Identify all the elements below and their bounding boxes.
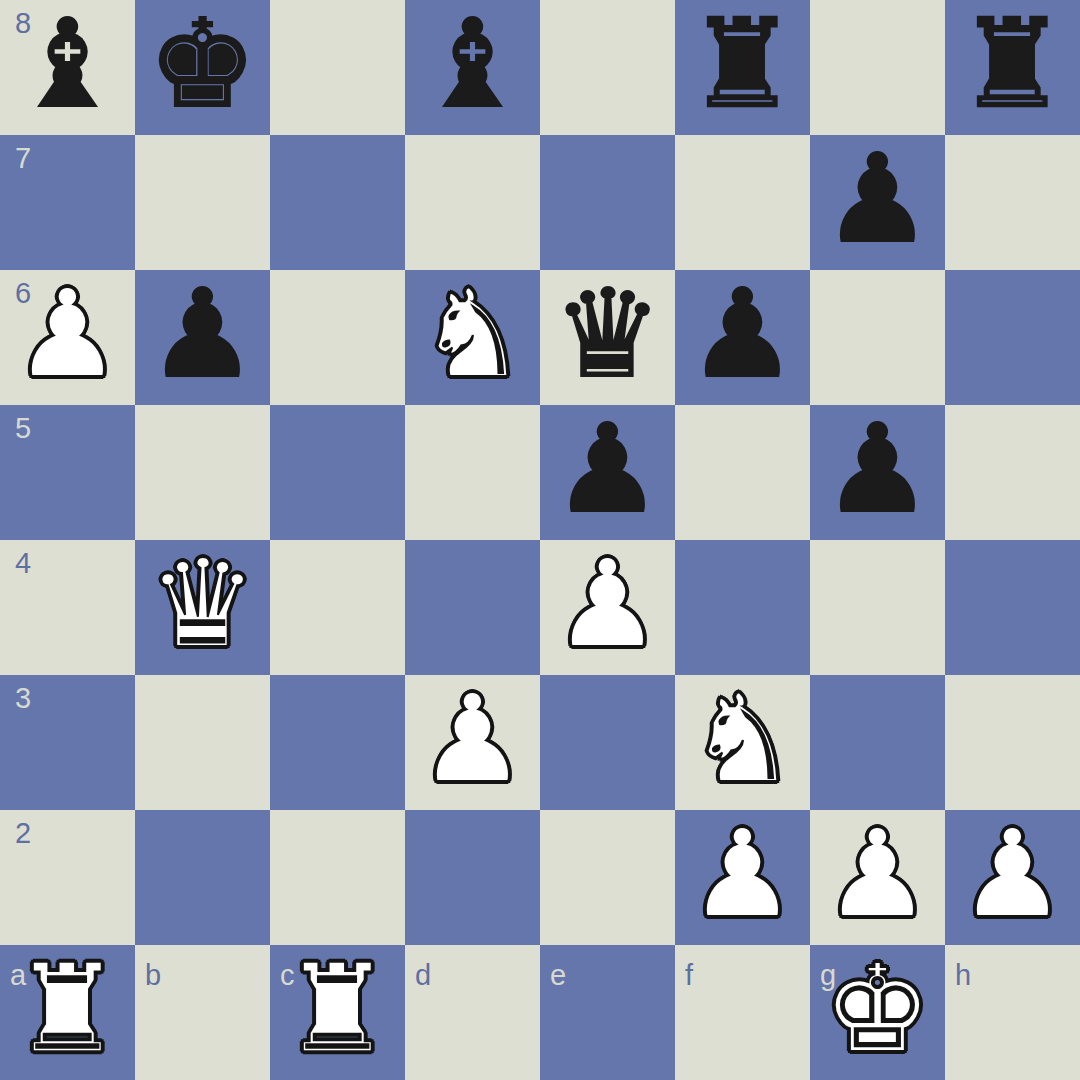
rank-label-4: 4 bbox=[15, 549, 31, 578]
square-c8[interactable] bbox=[270, 0, 405, 135]
square-f1[interactable]: f bbox=[675, 945, 810, 1080]
rank-label-7: 7 bbox=[15, 144, 31, 173]
piece-black-pawn[interactable]: ♟ bbox=[553, 402, 662, 537]
piece-white-pawn[interactable]: ♟ bbox=[13, 267, 122, 402]
square-h8[interactable]: ♜ bbox=[945, 0, 1080, 135]
square-g7[interactable]: ♟ bbox=[810, 135, 945, 270]
square-e6[interactable]: ♛ bbox=[540, 270, 675, 405]
square-b3[interactable] bbox=[135, 675, 270, 810]
piece-white-queen[interactable]: ♛ bbox=[148, 537, 257, 672]
square-e7[interactable] bbox=[540, 135, 675, 270]
square-f5[interactable] bbox=[675, 405, 810, 540]
piece-white-knight[interactable]: ♞ bbox=[418, 267, 527, 402]
rank-label-3: 3 bbox=[15, 684, 31, 713]
file-label-e: e bbox=[550, 961, 566, 990]
piece-black-rook[interactable]: ♜ bbox=[958, 0, 1067, 132]
square-d3[interactable]: ♟ bbox=[405, 675, 540, 810]
square-d8[interactable]: ♝ bbox=[405, 0, 540, 135]
square-g2[interactable]: ♟ bbox=[810, 810, 945, 945]
square-b1[interactable]: b bbox=[135, 945, 270, 1080]
rank-label-2: 2 bbox=[15, 819, 31, 848]
square-e1[interactable]: e bbox=[540, 945, 675, 1080]
piece-white-rook[interactable]: ♜ bbox=[13, 942, 122, 1077]
piece-black-king[interactable]: ♚ bbox=[148, 0, 257, 132]
square-a4[interactable]: 4 bbox=[0, 540, 135, 675]
square-c5[interactable] bbox=[270, 405, 405, 540]
square-h7[interactable] bbox=[945, 135, 1080, 270]
file-label-h: h bbox=[955, 961, 971, 990]
piece-white-pawn[interactable]: ♟ bbox=[823, 807, 932, 942]
square-g8[interactable] bbox=[810, 0, 945, 135]
piece-black-pawn[interactable]: ♟ bbox=[823, 132, 932, 267]
square-c6[interactable] bbox=[270, 270, 405, 405]
square-e5[interactable]: ♟ bbox=[540, 405, 675, 540]
square-f8[interactable]: ♜ bbox=[675, 0, 810, 135]
square-d7[interactable] bbox=[405, 135, 540, 270]
square-a3[interactable]: 3 bbox=[0, 675, 135, 810]
file-label-f: f bbox=[685, 961, 693, 990]
piece-white-pawn[interactable]: ♟ bbox=[688, 807, 797, 942]
square-c4[interactable] bbox=[270, 540, 405, 675]
square-g1[interactable]: g♚ bbox=[810, 945, 945, 1080]
square-f7[interactable] bbox=[675, 135, 810, 270]
square-a2[interactable]: 2 bbox=[0, 810, 135, 945]
square-a5[interactable]: 5 bbox=[0, 405, 135, 540]
piece-white-pawn[interactable]: ♟ bbox=[418, 672, 527, 807]
piece-black-pawn[interactable]: ♟ bbox=[148, 267, 257, 402]
square-c3[interactable] bbox=[270, 675, 405, 810]
piece-black-pawn[interactable]: ♟ bbox=[823, 402, 932, 537]
square-g4[interactable] bbox=[810, 540, 945, 675]
square-a7[interactable]: 7 bbox=[0, 135, 135, 270]
piece-white-pawn[interactable]: ♟ bbox=[958, 807, 1067, 942]
square-h3[interactable] bbox=[945, 675, 1080, 810]
square-h4[interactable] bbox=[945, 540, 1080, 675]
square-a6[interactable]: 6♟ bbox=[0, 270, 135, 405]
file-label-d: d bbox=[415, 961, 431, 990]
rank-label-5: 5 bbox=[15, 414, 31, 443]
square-c1[interactable]: c♜ bbox=[270, 945, 405, 1080]
piece-black-pawn[interactable]: ♟ bbox=[688, 267, 797, 402]
square-b8[interactable]: ♚ bbox=[135, 0, 270, 135]
square-h5[interactable] bbox=[945, 405, 1080, 540]
piece-white-king[interactable]: ♚ bbox=[823, 942, 932, 1077]
square-e3[interactable] bbox=[540, 675, 675, 810]
square-d5[interactable] bbox=[405, 405, 540, 540]
square-d1[interactable]: d bbox=[405, 945, 540, 1080]
square-b7[interactable] bbox=[135, 135, 270, 270]
square-e2[interactable] bbox=[540, 810, 675, 945]
piece-black-rook[interactable]: ♜ bbox=[688, 0, 797, 132]
square-b2[interactable] bbox=[135, 810, 270, 945]
square-h2[interactable]: ♟ bbox=[945, 810, 1080, 945]
square-a1[interactable]: a♜ bbox=[0, 945, 135, 1080]
piece-white-pawn[interactable]: ♟ bbox=[553, 537, 662, 672]
piece-black-bishop[interactable]: ♝ bbox=[418, 0, 527, 132]
square-d6[interactable]: ♞ bbox=[405, 270, 540, 405]
piece-black-bishop[interactable]: ♝ bbox=[13, 0, 122, 132]
piece-white-knight[interactable]: ♞ bbox=[688, 672, 797, 807]
square-c2[interactable] bbox=[270, 810, 405, 945]
square-b4[interactable]: ♛ bbox=[135, 540, 270, 675]
square-g3[interactable] bbox=[810, 675, 945, 810]
square-e4[interactable]: ♟ bbox=[540, 540, 675, 675]
square-b6[interactable]: ♟ bbox=[135, 270, 270, 405]
piece-black-queen[interactable]: ♛ bbox=[553, 267, 662, 402]
square-f6[interactable]: ♟ bbox=[675, 270, 810, 405]
square-f2[interactable]: ♟ bbox=[675, 810, 810, 945]
square-e8[interactable] bbox=[540, 0, 675, 135]
square-d2[interactable] bbox=[405, 810, 540, 945]
square-c7[interactable] bbox=[270, 135, 405, 270]
square-f3[interactable]: ♞ bbox=[675, 675, 810, 810]
file-label-b: b bbox=[145, 961, 161, 990]
square-g6[interactable] bbox=[810, 270, 945, 405]
square-g5[interactable]: ♟ bbox=[810, 405, 945, 540]
square-h1[interactable]: h bbox=[945, 945, 1080, 1080]
square-a8[interactable]: 8♝ bbox=[0, 0, 135, 135]
square-h6[interactable] bbox=[945, 270, 1080, 405]
square-f4[interactable] bbox=[675, 540, 810, 675]
square-b5[interactable] bbox=[135, 405, 270, 540]
piece-white-rook[interactable]: ♜ bbox=[283, 942, 392, 1077]
chess-board: 8♝♚♝♜♜7♟6♟♟♞♛♟5♟♟4♛♟3♟♞2♟♟♟a♜bc♜defg♚h bbox=[0, 0, 1080, 1080]
square-d4[interactable] bbox=[405, 540, 540, 675]
